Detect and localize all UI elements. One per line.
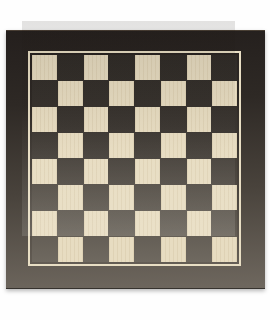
square-f6[interactable] [161, 107, 186, 132]
square-f3[interactable] [161, 185, 186, 210]
chess-board [6, 30, 265, 289]
square-a4[interactable] [32, 159, 57, 184]
square-a2[interactable] [32, 211, 57, 236]
square-f1[interactable] [161, 237, 186, 262]
square-c7[interactable] [84, 81, 109, 106]
square-g3[interactable] [187, 185, 212, 210]
square-a6[interactable] [32, 107, 57, 132]
square-c4[interactable] [84, 159, 109, 184]
square-h6[interactable] [212, 107, 237, 132]
square-e8[interactable] [135, 55, 160, 80]
square-b1[interactable] [58, 237, 83, 262]
square-a1[interactable] [32, 237, 57, 262]
square-c6[interactable] [84, 107, 109, 132]
square-d2[interactable] [109, 211, 134, 236]
square-b7[interactable] [58, 81, 83, 106]
square-f8[interactable] [161, 55, 186, 80]
square-e7[interactable] [135, 81, 160, 106]
square-a5[interactable] [32, 133, 57, 158]
square-g4[interactable] [187, 159, 212, 184]
product-photo-background [0, 0, 270, 320]
square-c5[interactable] [84, 133, 109, 158]
square-h4[interactable] [212, 159, 237, 184]
square-b5[interactable] [58, 133, 83, 158]
square-c1[interactable] [84, 237, 109, 262]
square-d8[interactable] [109, 55, 134, 80]
square-e2[interactable] [135, 211, 160, 236]
square-d4[interactable] [109, 159, 134, 184]
square-d1[interactable] [109, 237, 134, 262]
square-h8[interactable] [212, 55, 237, 80]
square-f4[interactable] [161, 159, 186, 184]
square-a8[interactable] [32, 55, 57, 80]
square-h3[interactable] [212, 185, 237, 210]
square-g6[interactable] [187, 107, 212, 132]
square-a7[interactable] [32, 81, 57, 106]
square-b8[interactable] [58, 55, 83, 80]
square-d6[interactable] [109, 107, 134, 132]
square-c8[interactable] [84, 55, 109, 80]
square-h7[interactable] [212, 81, 237, 106]
square-d3[interactable] [109, 185, 134, 210]
square-b6[interactable] [58, 107, 83, 132]
square-g8[interactable] [187, 55, 212, 80]
square-g7[interactable] [187, 81, 212, 106]
square-h2[interactable] [212, 211, 237, 236]
square-g5[interactable] [187, 133, 212, 158]
square-e1[interactable] [135, 237, 160, 262]
square-b3[interactable] [58, 185, 83, 210]
square-b2[interactable] [58, 211, 83, 236]
square-a3[interactable] [32, 185, 57, 210]
square-h1[interactable] [212, 237, 237, 262]
square-c3[interactable] [84, 185, 109, 210]
square-e3[interactable] [135, 185, 160, 210]
square-g1[interactable] [187, 237, 212, 262]
square-g2[interactable] [187, 211, 212, 236]
board-grid [32, 55, 237, 262]
square-f2[interactable] [161, 211, 186, 236]
square-e4[interactable] [135, 159, 160, 184]
square-f7[interactable] [161, 81, 186, 106]
square-b4[interactable] [58, 159, 83, 184]
square-d5[interactable] [109, 133, 134, 158]
square-c2[interactable] [84, 211, 109, 236]
square-h5[interactable] [212, 133, 237, 158]
square-f5[interactable] [161, 133, 186, 158]
square-e6[interactable] [135, 107, 160, 132]
square-e5[interactable] [135, 133, 160, 158]
square-d7[interactable] [109, 81, 134, 106]
board-pinstripe-frame [28, 51, 241, 266]
